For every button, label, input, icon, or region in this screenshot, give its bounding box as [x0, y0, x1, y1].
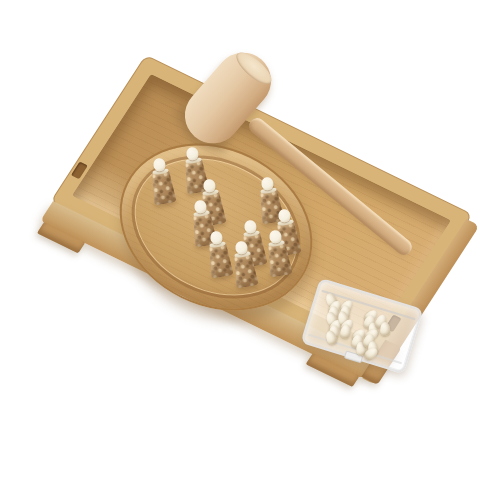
peg-cork-body	[266, 243, 293, 278]
peg-knob	[202, 178, 216, 193]
mallet-head-end-face	[232, 47, 276, 89]
spare-peg	[380, 322, 390, 336]
peg-cork-body	[149, 171, 176, 206]
product-photo-stage	[0, 0, 500, 500]
peg-cork-body	[232, 254, 259, 289]
